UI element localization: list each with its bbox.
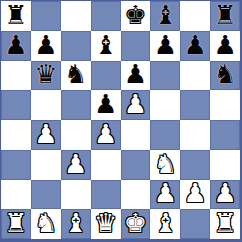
square-g5[interactable] <box>180 90 210 120</box>
square-h2[interactable]: ♟ <box>210 180 240 210</box>
white-pawn[interactable]: ♟ <box>64 150 87 179</box>
square-b4[interactable]: ♟ <box>31 120 61 150</box>
square-a2[interactable] <box>1 180 31 210</box>
square-c2[interactable] <box>61 180 91 210</box>
square-a6[interactable] <box>1 61 31 91</box>
square-b1[interactable]: ♞ <box>31 209 61 239</box>
square-h5[interactable] <box>210 90 240 120</box>
white-queen[interactable]: ♛ <box>94 209 117 238</box>
square-h8[interactable]: ♜ <box>210 1 240 31</box>
square-g7[interactable]: ♟ <box>180 31 210 61</box>
square-d2[interactable] <box>91 180 121 210</box>
square-e6[interactable]: ♟ <box>121 61 151 91</box>
black-pawn[interactable]: ♟ <box>124 61 147 90</box>
white-bishop[interactable]: ♝ <box>64 209 87 238</box>
black-pawn[interactable]: ♟ <box>94 90 117 119</box>
square-c8[interactable] <box>61 1 91 31</box>
square-d1[interactable]: ♛ <box>91 209 121 239</box>
square-c1[interactable]: ♝ <box>61 209 91 239</box>
square-a3[interactable] <box>1 150 31 180</box>
black-rook[interactable]: ♜ <box>4 1 27 30</box>
square-f4[interactable] <box>150 120 180 150</box>
black-bishop[interactable]: ♝ <box>94 31 117 60</box>
white-pawn[interactable]: ♟ <box>184 180 207 209</box>
square-g1[interactable] <box>180 209 210 239</box>
square-b5[interactable] <box>31 90 61 120</box>
square-a1[interactable]: ♜ <box>1 209 31 239</box>
square-c4[interactable] <box>61 120 91 150</box>
black-rook[interactable]: ♜ <box>213 1 236 30</box>
square-h4[interactable] <box>210 120 240 150</box>
square-b7[interactable]: ♟ <box>31 31 61 61</box>
white-pawn[interactable]: ♟ <box>124 90 147 119</box>
square-e8[interactable]: ♚ <box>121 1 151 31</box>
white-knight[interactable]: ♞ <box>154 150 177 179</box>
square-d5[interactable]: ♟ <box>91 90 121 120</box>
square-c6[interactable]: ♞ <box>61 61 91 91</box>
square-h3[interactable] <box>210 150 240 180</box>
black-pawn[interactable]: ♟ <box>34 31 57 60</box>
square-h7[interactable]: ♟ <box>210 31 240 61</box>
square-g3[interactable] <box>180 150 210 180</box>
white-king[interactable]: ♚ <box>124 209 147 238</box>
square-c7[interactable] <box>61 31 91 61</box>
chess-board: ♜♚♝♜♟♟♝♟♟♟♛♞♟♞♟♟♟♟♟♞♟♟♟♜♞♝♛♚♝♜ <box>0 0 242 242</box>
square-f2[interactable]: ♟ <box>150 180 180 210</box>
square-h1[interactable]: ♜ <box>210 209 240 239</box>
square-b8[interactable] <box>31 1 61 31</box>
square-d6[interactable] <box>91 61 121 91</box>
square-g2[interactable]: ♟ <box>180 180 210 210</box>
square-f1[interactable]: ♝ <box>150 209 180 239</box>
black-pawn[interactable]: ♟ <box>154 31 177 60</box>
square-g8[interactable] <box>180 1 210 31</box>
square-b6[interactable]: ♛ <box>31 61 61 91</box>
white-rook[interactable]: ♜ <box>213 209 236 238</box>
square-e1[interactable]: ♚ <box>121 209 151 239</box>
square-b2[interactable] <box>31 180 61 210</box>
square-a4[interactable] <box>1 120 31 150</box>
square-f8[interactable]: ♝ <box>150 1 180 31</box>
black-bishop[interactable]: ♝ <box>154 1 177 30</box>
square-g4[interactable] <box>180 120 210 150</box>
black-pawn[interactable]: ♟ <box>213 31 236 60</box>
square-e4[interactable] <box>121 120 151 150</box>
black-queen[interactable]: ♛ <box>34 61 57 90</box>
square-d4[interactable]: ♟ <box>91 120 121 150</box>
square-e5[interactable]: ♟ <box>121 90 151 120</box>
square-d8[interactable] <box>91 1 121 31</box>
square-e7[interactable] <box>121 31 151 61</box>
square-g6[interactable] <box>180 61 210 91</box>
square-f7[interactable]: ♟ <box>150 31 180 61</box>
square-c3[interactable]: ♟ <box>61 150 91 180</box>
black-knight[interactable]: ♞ <box>64 61 87 90</box>
square-a5[interactable] <box>1 90 31 120</box>
square-e3[interactable] <box>121 150 151 180</box>
square-f5[interactable] <box>150 90 180 120</box>
white-rook[interactable]: ♜ <box>4 209 27 238</box>
square-d3[interactable] <box>91 150 121 180</box>
black-pawn[interactable]: ♟ <box>4 31 27 60</box>
white-pawn[interactable]: ♟ <box>94 120 117 149</box>
white-pawn[interactable]: ♟ <box>34 120 57 149</box>
square-f6[interactable] <box>150 61 180 91</box>
white-knight[interactable]: ♞ <box>34 209 57 238</box>
white-bishop[interactable]: ♝ <box>154 209 177 238</box>
square-h6[interactable]: ♞ <box>210 61 240 91</box>
white-pawn[interactable]: ♟ <box>154 180 177 209</box>
black-knight[interactable]: ♞ <box>213 61 236 90</box>
square-a8[interactable]: ♜ <box>1 1 31 31</box>
white-pawn[interactable]: ♟ <box>213 180 236 209</box>
square-f3[interactable]: ♞ <box>150 150 180 180</box>
black-king[interactable]: ♚ <box>124 1 147 30</box>
square-b3[interactable] <box>31 150 61 180</box>
square-e2[interactable] <box>121 180 151 210</box>
square-d7[interactable]: ♝ <box>91 31 121 61</box>
black-pawn[interactable]: ♟ <box>184 31 207 60</box>
square-a7[interactable]: ♟ <box>1 31 31 61</box>
square-c5[interactable] <box>61 90 91 120</box>
